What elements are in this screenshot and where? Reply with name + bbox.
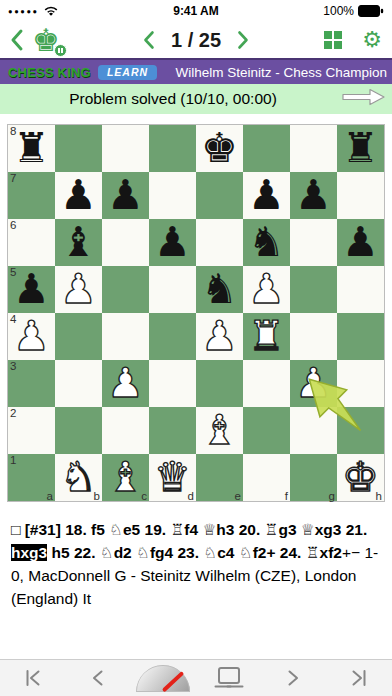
battery-icon [358,5,384,17]
square-c8[interactable] [102,125,149,172]
piece-black-pawn: ♟ [154,219,191,266]
back-button[interactable] [10,28,24,52]
square-h1[interactable]: h♚ [337,454,384,501]
piece-black-bishop: ♝ [60,219,97,266]
next-problem-button[interactable] [237,30,249,50]
square-a6[interactable]: 6 [8,219,55,266]
square-c3[interactable]: ♟ [102,360,149,407]
square-f2[interactable] [243,407,290,454]
piece-white-pawn: ♟ [107,360,144,407]
square-g7[interactable]: ♟ [290,172,337,219]
square-d2[interactable] [149,407,196,454]
previous-problem-button[interactable] [143,30,155,50]
piece-black-knight: ♞ [248,219,285,266]
settings-gear-button[interactable]: ⚙ [362,29,382,51]
file-label-g: g [329,490,335,502]
square-e2[interactable]: ♝ [196,407,243,454]
piece-white-king: ♚ [342,454,379,501]
piece-black-pawn: ♟ [13,266,50,313]
square-f8[interactable] [243,125,290,172]
piece-black-knight: ♞ [201,266,238,313]
square-d8[interactable] [149,125,196,172]
piece-black-pawn: ♟ [60,172,97,219]
square-e7[interactable] [196,172,243,219]
square-c7[interactable]: ♟ [102,172,149,219]
square-f7[interactable]: ♟ [243,172,290,219]
piece-black-rook: ♜ [342,125,379,172]
square-b6[interactable]: ♝ [55,219,102,266]
nav-bar: ♚ 1 / 25 ⚙ [0,22,392,58]
square-d3[interactable] [149,360,196,407]
square-b8[interactable] [55,125,102,172]
square-a3[interactable]: 3 [8,360,55,407]
piece-white-bishop: ♝ [201,407,238,454]
piece-white-pawn: ♟ [13,313,50,360]
square-f6[interactable]: ♞ [243,219,290,266]
engine-gauge-button[interactable] [131,660,196,696]
problem-list-grid-button[interactable] [324,31,343,50]
square-g1[interactable]: g [290,454,337,501]
notation-text: □ [#31] 18. f5 ♘e5 19. ♖f4 ♕h3 20. ♖g3 ♕… [0,501,392,610]
gauge-needle-icon [162,671,184,692]
square-f5[interactable]: ♟ [243,266,290,313]
laptop-icon [213,666,245,690]
square-b4[interactable] [55,313,102,360]
square-g2[interactable] [290,407,337,454]
square-a2[interactable]: 2 [8,407,55,454]
computer-mode-button[interactable] [196,660,261,696]
square-f1[interactable]: f [243,454,290,501]
piece-black-king: ♚ [201,125,238,172]
square-e4[interactable]: ♟ [196,313,243,360]
file-label-a: a [47,490,53,502]
problem-status-banner: Problem solved (10/10, 00:00) [0,84,392,114]
piece-white-bishop: ♝ [107,454,144,501]
square-f4[interactable]: ♜ [243,313,290,360]
clock-time: 9:41 AM [128,4,264,18]
next-move-button[interactable] [261,660,326,696]
piece-white-pawn: ♟ [60,266,97,313]
rank-label-2: 2 [10,407,16,419]
wifi-icon [43,5,59,17]
square-e5[interactable]: ♞ [196,266,243,313]
square-h7[interactable] [337,172,384,219]
piece-black-rook: ♜ [13,125,50,172]
square-a7[interactable]: 7 [8,172,55,219]
status-bar: ●●●●● 9:41 AM 100% [0,0,392,22]
file-label-e: e [235,490,241,502]
square-a1[interactable]: 1a [8,454,55,501]
square-c4[interactable] [102,313,149,360]
square-e6[interactable] [196,219,243,266]
square-a5[interactable]: 5♟ [8,266,55,313]
square-h3[interactable] [337,360,384,407]
piece-black-pawn: ♟ [107,172,144,219]
square-b1[interactable]: b♞ [55,454,102,501]
square-b7[interactable]: ♟ [55,172,102,219]
previous-move-button[interactable] [65,660,130,696]
square-d1[interactable]: d♛ [149,454,196,501]
square-e3[interactable] [196,360,243,407]
rank-label-1: 1 [10,454,16,466]
square-g3[interactable]: ♟ [290,360,337,407]
skip-to-end-button[interactable] [327,660,392,696]
piece-black-pawn: ♟ [295,172,332,219]
piece-white-pawn: ♟ [248,266,285,313]
cell-signal-icon: ●●●●● [8,7,39,16]
piece-white-knight: ♞ [60,454,97,501]
chess-king-logo-text: CHESS KING [8,65,91,80]
square-d4[interactable] [149,313,196,360]
rank-label-3: 3 [10,360,16,372]
square-b2[interactable] [55,407,102,454]
square-b3[interactable] [55,360,102,407]
app-screen: ●●●●● 9:41 AM 100% ♚ [0,0,392,696]
square-c2[interactable] [102,407,149,454]
app-logo-chess-king[interactable]: ♚ [32,23,68,57]
problem-status-text: Problem solved (10/10, 00:00) [69,90,277,108]
problem-counter: 1 / 25 [171,29,221,52]
square-e8[interactable]: ♚ [196,125,243,172]
move-text[interactable]: [#31] 18. f5 ♘e5 19. ♖f4 ♕h3 20. ♖g3 ♕xg… [25,521,368,538]
file-label-f: f [285,490,288,502]
piece-white-queen: ♛ [154,454,191,501]
square-h6[interactable]: ♟ [337,219,384,266]
square-d7[interactable] [149,172,196,219]
square-g5[interactable] [290,266,337,313]
square-g8[interactable] [290,125,337,172]
piece-white-pawn: ♟ [295,360,332,407]
square-d6[interactable]: ♟ [149,219,196,266]
piece-white-rook: ♜ [248,313,285,360]
move-text[interactable]: h5 22. ♘d2 ♘fg4 23. ♘c4 ♘f2+ 24. ♖xf2 [47,544,342,561]
square-h8[interactable]: ♜ [337,125,384,172]
skip-to-start-button[interactable] [0,660,65,696]
battery-percent: 100% [323,4,354,18]
square-c5[interactable] [102,266,149,313]
square-a8[interactable]: 8♜ [8,125,55,172]
next-problem-arrow-button[interactable] [342,88,386,111]
square-h2[interactable] [337,407,384,454]
rank-label-7: 7 [10,172,16,184]
square-h4[interactable] [337,313,384,360]
piece-black-pawn: ♟ [248,172,285,219]
game-meta-text: □ [11,521,25,538]
rank-label-6: 6 [10,219,16,231]
course-title: Wilhelm Steinitz - Chess Champion [175,65,387,80]
square-f3[interactable] [243,360,290,407]
learn-badge: LEARN [98,65,157,80]
square-d5[interactable] [149,266,196,313]
square-h5[interactable] [337,266,384,313]
bottom-toolbar [0,659,392,696]
chess-board: 8♜♚♜7♟♟♟♟6♝♟♞♟5♟♟♞♟4♟♟♜3♟♟2♝1ab♞c♝d♛efgh… [8,125,384,501]
pause-badge-icon [54,44,67,57]
piece-white-pawn: ♟ [201,313,238,360]
piece-black-pawn: ♟ [342,219,379,266]
square-e1[interactable]: e [196,454,243,501]
square-g6[interactable] [290,219,337,266]
square-c6[interactable] [102,219,149,266]
square-g4[interactable] [290,313,337,360]
square-c1[interactable]: c♝ [102,454,149,501]
brand-header: CHESS KING LEARN Wilhelm Steinitz - Ches… [0,58,392,84]
current-move[interactable]: hxg3 [11,544,47,561]
square-b5[interactable]: ♟ [55,266,102,313]
gauge-icon [136,665,190,692]
square-a4[interactable]: 4♟ [8,313,55,360]
